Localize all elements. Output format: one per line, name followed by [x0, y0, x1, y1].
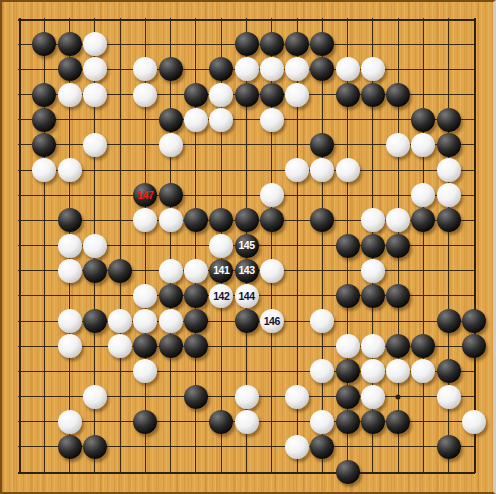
- black-stone[interactable]: [411, 208, 435, 232]
- black-stone[interactable]: [361, 410, 385, 434]
- white-stone[interactable]: [159, 259, 183, 283]
- white-stone[interactable]: [133, 208, 157, 232]
- white-stone[interactable]: [260, 57, 284, 81]
- white-stone[interactable]: [83, 234, 107, 258]
- black-stone[interactable]: [437, 108, 461, 132]
- white-stone[interactable]: [411, 183, 435, 207]
- white-stone[interactable]: [83, 133, 107, 157]
- black-stone[interactable]: [133, 410, 157, 434]
- white-stone[interactable]: [184, 108, 208, 132]
- black-stone[interactable]: [386, 83, 410, 107]
- white-stone[interactable]: [285, 435, 309, 459]
- black-stone[interactable]: [184, 284, 208, 308]
- white-stone[interactable]: [209, 234, 233, 258]
- white-stone[interactable]: [108, 334, 132, 358]
- white-stone[interactable]: [235, 57, 259, 81]
- grid-line-vertical: [322, 18, 323, 473]
- black-stone[interactable]: [209, 208, 233, 232]
- black-stone[interactable]: [260, 208, 284, 232]
- black-stone[interactable]: [32, 83, 56, 107]
- black-stone[interactable]: [32, 108, 56, 132]
- white-stone[interactable]: [437, 158, 461, 182]
- black-stone[interactable]: [260, 32, 284, 56]
- black-stone[interactable]: [437, 359, 461, 383]
- black-stone[interactable]: [159, 334, 183, 358]
- black-stone[interactable]: [133, 334, 157, 358]
- white-stone[interactable]: [159, 309, 183, 333]
- black-stone[interactable]: [310, 208, 334, 232]
- black-stone[interactable]: [184, 334, 208, 358]
- black-stone[interactable]: 145: [235, 234, 259, 258]
- white-stone[interactable]: [133, 309, 157, 333]
- white-stone[interactable]: [336, 334, 360, 358]
- white-stone[interactable]: [235, 410, 259, 434]
- white-stone[interactable]: [260, 183, 284, 207]
- white-stone[interactable]: [310, 158, 334, 182]
- black-stone[interactable]: [336, 83, 360, 107]
- black-stone[interactable]: [83, 309, 107, 333]
- white-stone[interactable]: [58, 158, 82, 182]
- black-stone[interactable]: [336, 460, 360, 484]
- white-stone[interactable]: [159, 208, 183, 232]
- black-stone[interactable]: [386, 284, 410, 308]
- black-stone[interactable]: [260, 83, 284, 107]
- white-stone[interactable]: [285, 83, 309, 107]
- white-stone[interactable]: [133, 83, 157, 107]
- move-number-label: 141: [213, 265, 229, 276]
- white-stone[interactable]: [285, 57, 309, 81]
- white-stone[interactable]: [58, 259, 82, 283]
- white-stone[interactable]: [108, 309, 132, 333]
- white-stone[interactable]: [83, 57, 107, 81]
- black-stone[interactable]: [184, 385, 208, 409]
- black-stone[interactable]: [462, 334, 486, 358]
- black-stone[interactable]: [285, 32, 309, 56]
- grid-line-vertical: [474, 18, 476, 473]
- white-stone[interactable]: [462, 410, 486, 434]
- black-stone[interactable]: [184, 83, 208, 107]
- black-stone[interactable]: [386, 234, 410, 258]
- black-stone[interactable]: [336, 359, 360, 383]
- black-stone[interactable]: [437, 435, 461, 459]
- black-stone[interactable]: [336, 284, 360, 308]
- white-stone[interactable]: [58, 234, 82, 258]
- black-stone[interactable]: [386, 410, 410, 434]
- white-stone[interactable]: [133, 284, 157, 308]
- black-stone[interactable]: [235, 208, 259, 232]
- white-stone[interactable]: [209, 108, 233, 132]
- black-stone[interactable]: [437, 208, 461, 232]
- black-stone[interactable]: [386, 334, 410, 358]
- white-stone[interactable]: [386, 133, 410, 157]
- black-stone[interactable]: [209, 410, 233, 434]
- white-stone[interactable]: [58, 309, 82, 333]
- white-stone[interactable]: [361, 259, 385, 283]
- grid-line-horizontal: [18, 472, 475, 474]
- black-stone[interactable]: [235, 32, 259, 56]
- black-stone[interactable]: [310, 57, 334, 81]
- white-stone[interactable]: [32, 158, 56, 182]
- white-stone[interactable]: [58, 410, 82, 434]
- white-stone[interactable]: [260, 259, 284, 283]
- go-board-frame: 147145141143142144146: [0, 0, 496, 494]
- white-stone[interactable]: 144: [235, 284, 259, 308]
- black-stone[interactable]: [32, 32, 56, 56]
- white-stone[interactable]: [336, 158, 360, 182]
- white-stone[interactable]: [310, 359, 334, 383]
- white-stone[interactable]: [209, 83, 233, 107]
- black-stone[interactable]: [361, 234, 385, 258]
- go-board[interactable]: 147145141143142144146: [2, 2, 493, 492]
- white-stone[interactable]: [361, 359, 385, 383]
- black-stone[interactable]: [58, 435, 82, 459]
- black-stone[interactable]: [235, 309, 259, 333]
- white-stone[interactable]: [386, 359, 410, 383]
- black-stone[interactable]: [462, 309, 486, 333]
- black-stone[interactable]: [58, 208, 82, 232]
- black-stone[interactable]: [184, 208, 208, 232]
- white-stone[interactable]: [58, 334, 82, 358]
- black-stone[interactable]: [235, 83, 259, 107]
- white-stone[interactable]: [437, 183, 461, 207]
- black-stone[interactable]: [58, 32, 82, 56]
- white-stone[interactable]: [361, 385, 385, 409]
- black-stone[interactable]: [108, 259, 132, 283]
- white-stone[interactable]: [411, 359, 435, 383]
- black-stone[interactable]: [310, 435, 334, 459]
- white-stone[interactable]: [133, 359, 157, 383]
- white-stone[interactable]: [159, 133, 183, 157]
- move-number-label: 146: [264, 316, 280, 327]
- white-stone[interactable]: [260, 108, 284, 132]
- white-stone[interactable]: [285, 158, 309, 182]
- white-stone[interactable]: [83, 32, 107, 56]
- white-stone[interactable]: 142: [209, 284, 233, 308]
- white-stone[interactable]: [336, 57, 360, 81]
- black-stone[interactable]: 141: [209, 259, 233, 283]
- white-stone[interactable]: [361, 208, 385, 232]
- white-stone[interactable]: [83, 83, 107, 107]
- black-stone[interactable]: [184, 309, 208, 333]
- white-stone[interactable]: [235, 385, 259, 409]
- white-stone[interactable]: [58, 83, 82, 107]
- black-stone[interactable]: [83, 435, 107, 459]
- black-stone[interactable]: 147: [133, 183, 157, 207]
- white-stone[interactable]: [310, 410, 334, 434]
- white-stone[interactable]: [386, 208, 410, 232]
- black-stone[interactable]: [361, 284, 385, 308]
- black-stone[interactable]: [159, 57, 183, 81]
- black-stone[interactable]: [336, 385, 360, 409]
- white-stone[interactable]: [361, 57, 385, 81]
- white-stone[interactable]: 146: [260, 309, 284, 333]
- grid-line-vertical: [423, 18, 424, 473]
- black-stone[interactable]: [411, 108, 435, 132]
- black-stone[interactable]: [336, 234, 360, 258]
- black-stone[interactable]: [159, 183, 183, 207]
- black-stone[interactable]: [159, 108, 183, 132]
- black-stone[interactable]: [361, 83, 385, 107]
- black-stone[interactable]: [159, 284, 183, 308]
- move-number-label: 144: [238, 291, 254, 302]
- black-stone[interactable]: [437, 309, 461, 333]
- move-number-label: 145: [238, 240, 254, 251]
- white-stone[interactable]: [437, 385, 461, 409]
- white-stone[interactable]: [411, 133, 435, 157]
- black-stone[interactable]: [32, 133, 56, 157]
- black-stone[interactable]: [310, 133, 334, 157]
- black-stone[interactable]: [336, 410, 360, 434]
- white-stone[interactable]: [285, 385, 309, 409]
- move-number-label: 142: [213, 291, 229, 302]
- white-stone[interactable]: [83, 385, 107, 409]
- black-stone[interactable]: [83, 259, 107, 283]
- star-point: [396, 394, 401, 399]
- move-number-label: 143: [238, 265, 254, 276]
- black-stone[interactable]: [310, 32, 334, 56]
- black-stone[interactable]: 143: [235, 259, 259, 283]
- white-stone[interactable]: [361, 334, 385, 358]
- white-stone[interactable]: [310, 309, 334, 333]
- black-stone[interactable]: [437, 133, 461, 157]
- last-move-number-label: 147: [137, 190, 153, 201]
- white-stone[interactable]: [133, 57, 157, 81]
- white-stone[interactable]: [184, 259, 208, 283]
- black-stone[interactable]: [209, 57, 233, 81]
- black-stone[interactable]: [58, 57, 82, 81]
- black-stone[interactable]: [411, 334, 435, 358]
